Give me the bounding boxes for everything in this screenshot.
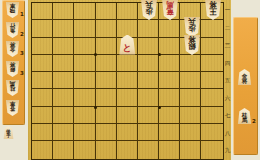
board-cell-1-4[interactable] (201, 55, 222, 72)
board-cell-9-6[interactable] (32, 89, 53, 106)
board-cell-7-8[interactable] (74, 124, 95, 141)
board-cell-5-9[interactable] (117, 141, 138, 158)
board-cell-3-6[interactable] (159, 89, 180, 106)
board-cell-9-1[interactable] (32, 3, 53, 20)
board-cell-1-6[interactable] (201, 89, 222, 106)
piece-kanji: 竜 (166, 8, 174, 16)
board-cell-6-5[interactable] (96, 72, 117, 89)
piece-kanji: 将 (209, 0, 217, 8)
board-cell-9-9[interactable] (32, 141, 53, 158)
board-cell-9-8[interactable] (32, 124, 53, 141)
rank-label-9: 九 (224, 142, 231, 160)
board-cell-2-6[interactable] (180, 89, 201, 106)
star-point (94, 106, 97, 109)
board-cell-4-5[interactable] (138, 72, 159, 89)
board-cell-6-1[interactable] (96, 3, 117, 20)
piece-kanji: 兵 (188, 17, 196, 25)
board-cell-4-7[interactable] (138, 107, 159, 124)
gote-hand-rook-count: 1 (20, 11, 24, 17)
rank-label-4: 四 (224, 55, 231, 73)
board-cell-4-8[interactable] (138, 124, 159, 141)
board-cell-1-7[interactable] (201, 107, 222, 124)
star-point (94, 53, 97, 56)
board-cell-3-9[interactable] (159, 141, 180, 158)
board-cell-6-4[interactable] (96, 55, 117, 72)
board-cell-5-7[interactable] (117, 107, 138, 124)
board-cell-8-9[interactable] (53, 141, 74, 158)
board-cell-7-1[interactable] (74, 3, 95, 20)
rank-label-7: 七 (224, 107, 231, 125)
board-cell-8-3[interactable] (53, 38, 74, 55)
piece-kanji: 将 (10, 41, 16, 47)
board-cell-1-2[interactable] (201, 20, 222, 37)
piece-kanji: 将 (10, 61, 16, 67)
board-cell-4-3[interactable] (138, 38, 159, 55)
piece-kanji: 車 (10, 100, 16, 106)
piece-kanji: 金 (10, 47, 16, 53)
board-cell-9-4[interactable] (32, 55, 53, 72)
piece-kanji: と (123, 41, 132, 55)
board-cell-3-4[interactable] (159, 55, 180, 72)
board-cell-5-4[interactable] (117, 55, 138, 72)
board-cell-5-6[interactable] (117, 89, 138, 106)
board-cell-2-7[interactable] (180, 107, 201, 124)
board-cell-8-5[interactable] (53, 72, 74, 89)
board-cell-9-5[interactable] (32, 72, 53, 89)
board-cell-4-4[interactable] (138, 55, 159, 72)
board-cell-9-7[interactable] (32, 107, 53, 124)
rank-label-5: 五 (224, 72, 231, 90)
board-cell-4-9[interactable] (138, 141, 159, 158)
board-cell-8-7[interactable] (53, 107, 74, 124)
star-point (158, 106, 161, 109)
sente-hand-knight-count: 2 (252, 118, 256, 124)
piece-kanji: 歩 (188, 25, 196, 33)
board-cell-8-6[interactable] (53, 89, 74, 106)
board-cell-9-3[interactable] (32, 38, 53, 55)
piece-kanji: 馬 (166, 0, 174, 8)
board-cell-6-7[interactable] (96, 107, 117, 124)
sente-captured-pieces-tray (233, 17, 258, 155)
gote-hand-gold-count: 3 (20, 50, 24, 56)
piece-kanji: 兵 (145, 0, 153, 8)
star-point (158, 53, 161, 56)
piece-kanji: 行 (10, 22, 16, 28)
board-cell-5-1[interactable] (117, 3, 138, 20)
gote-hand-bishop-count: 2 (20, 31, 24, 37)
piece-kanji: 手 (6, 134, 11, 139)
board-cell-8-2[interactable] (53, 20, 74, 37)
board-cell-2-8[interactable] (180, 124, 201, 141)
board-cell-7-9[interactable] (74, 141, 95, 158)
board-cell-2-5[interactable] (180, 72, 201, 89)
rank-label-3: 三 (224, 37, 231, 55)
piece-kanji: 将 (188, 35, 196, 43)
player-marker-piece: 後手 (3, 126, 14, 139)
board-cell-8-1[interactable] (53, 3, 74, 20)
board-cell-5-8[interactable] (117, 124, 138, 141)
piece-kanji: 馬 (242, 118, 248, 124)
board-cell-7-3[interactable] (74, 38, 95, 55)
board-cell-6-3[interactable] (96, 38, 117, 55)
board-cell-6-8[interactable] (96, 124, 117, 141)
board-cell-1-3[interactable] (201, 38, 222, 55)
board-cell-1-9[interactable] (201, 141, 222, 158)
piece-kanji: 馬 (10, 80, 16, 86)
board-cell-7-7[interactable] (74, 107, 95, 124)
board-cell-6-2[interactable] (96, 20, 117, 37)
board-cell-3-7[interactable] (159, 107, 180, 124)
piece-kanji: 歩 (145, 8, 153, 16)
board-cell-8-8[interactable] (53, 124, 74, 141)
board-cell-7-5[interactable] (74, 72, 95, 89)
board-cell-3-5[interactable] (159, 72, 180, 89)
board-cell-6-6[interactable] (96, 89, 117, 106)
piece-kanji: 桂 (10, 86, 16, 92)
rank-label-8: 八 (224, 125, 231, 143)
board-cell-3-3[interactable] (159, 38, 180, 55)
rank-label-1: 一 (224, 2, 231, 20)
board-cell-4-6[interactable] (138, 89, 159, 106)
gote-hand-silver-count: 3 (20, 70, 24, 76)
board-cell-8-4[interactable] (53, 55, 74, 72)
board-cell-7-4[interactable] (74, 55, 95, 72)
shogi-app-window: 後手 一二三四五六七八九王将竜馬歩兵歩兵銀将と飛車1角行2金将3銀将3桂馬香車金… (0, 0, 260, 160)
piece-kanji: 車 (10, 2, 16, 8)
board-cell-7-6[interactable] (74, 89, 95, 106)
rank-label-6: 六 (224, 90, 231, 108)
board-cell-2-9[interactable] (180, 141, 201, 158)
piece-kanji: 王 (209, 8, 217, 16)
board-cell-3-8[interactable] (159, 124, 180, 141)
board-cell-1-5[interactable] (201, 72, 222, 89)
board-cell-3-2[interactable] (159, 20, 180, 37)
rank-label-2: 二 (224, 20, 231, 38)
board-cell-5-5[interactable] (117, 72, 138, 89)
board-cell-7-2[interactable] (74, 20, 95, 37)
board-cell-4-2[interactable] (138, 20, 159, 37)
board-cell-9-2[interactable] (32, 20, 53, 37)
piece-kanji: 将 (242, 79, 248, 85)
board-cell-1-8[interactable] (201, 124, 222, 141)
board-cell-6-9[interactable] (96, 141, 117, 158)
board-cell-2-4[interactable] (180, 55, 201, 72)
